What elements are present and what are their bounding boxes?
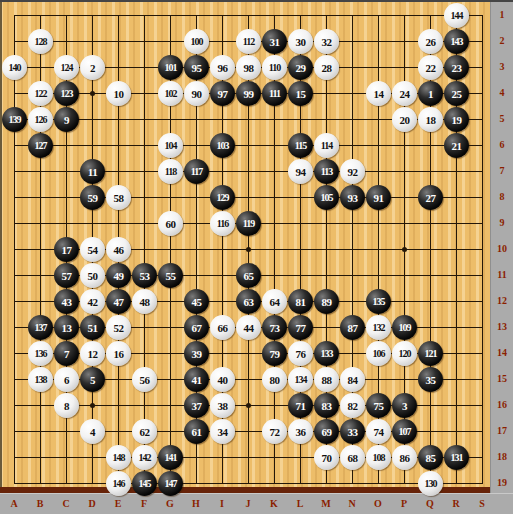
move-number: 140 [9,62,21,73]
stone-white-62[interactable]: 62 [132,419,157,444]
move-number: 49 [114,270,124,282]
stone-black-31[interactable]: 31 [262,29,287,54]
stone-white-60[interactable]: 60 [158,211,183,236]
stone-white-56[interactable]: 56 [132,367,157,392]
stone-white-50[interactable]: 50 [80,263,105,288]
column-label-O: O [368,498,388,509]
move-number: 126 [35,114,47,125]
stone-white-106[interactable]: 106 [366,341,391,366]
stone-white-130[interactable]: 130 [418,471,443,496]
column-label-S: S [472,498,492,509]
column-label-N: N [342,498,362,509]
stone-black-127[interactable]: 127 [28,133,53,158]
stone-black-83[interactable]: 83 [314,393,339,418]
stone-black-19[interactable]: 19 [444,107,469,132]
move-number: 84 [348,374,358,386]
stone-white-52[interactable]: 52 [106,315,131,340]
move-number: 88 [322,374,332,386]
column-label-K: K [264,498,284,509]
stone-white-122[interactable]: 122 [28,81,53,106]
stone-white-38[interactable]: 38 [210,393,235,418]
move-number: 101 [165,62,177,73]
move-number: 50 [88,270,98,282]
stone-white-100[interactable]: 100 [184,29,209,54]
move-number: 109 [399,322,411,333]
stone-black-29[interactable]: 29 [288,55,313,80]
board-bottom-border [0,487,490,493]
move-number: 139 [9,114,21,125]
move-number: 10 [114,88,124,100]
stone-black-103[interactable]: 103 [210,133,235,158]
stone-black-47[interactable]: 47 [106,289,131,314]
move-number: 34 [218,426,228,438]
move-number: 144 [451,10,463,21]
move-number: 23 [452,62,462,74]
stone-white-112[interactable]: 112 [236,29,261,54]
move-number: 62 [140,426,150,438]
move-number: 86 [400,452,410,464]
stone-black-105[interactable]: 105 [314,185,339,210]
stone-white-128[interactable]: 128 [28,29,53,54]
stone-black-143[interactable]: 143 [444,29,469,54]
stone-black-107[interactable]: 107 [392,419,417,444]
stone-white-88[interactable]: 88 [314,367,339,392]
move-number: 90 [192,88,202,100]
move-number: 28 [322,62,332,74]
move-number: 143 [451,36,463,47]
move-number: 95 [192,62,202,74]
move-number: 114 [321,140,332,151]
stone-white-4[interactable]: 4 [80,419,105,444]
stone-black-101[interactable]: 101 [158,55,183,80]
stone-black-57[interactable]: 57 [54,263,79,288]
move-number: 19 [452,114,462,126]
column-label-R: R [446,498,466,509]
stone-white-46[interactable]: 46 [106,237,131,262]
move-number: 13 [62,322,72,334]
move-number: 68 [348,452,358,464]
stone-black-133[interactable]: 133 [314,341,339,366]
stone-white-136[interactable]: 136 [28,341,53,366]
row-label-4: 4 [492,87,512,98]
stone-black-17[interactable]: 17 [54,237,79,262]
move-number: 105 [321,192,333,203]
move-number: 73 [270,322,280,334]
move-number: 127 [35,140,47,151]
stone-black-141[interactable]: 141 [158,445,183,470]
move-number: 147 [165,478,177,489]
stone-white-102[interactable]: 102 [158,81,183,106]
move-number: 141 [165,452,177,463]
move-number: 94 [296,166,306,178]
stone-black-59[interactable]: 59 [80,185,105,210]
move-number: 124 [61,62,73,73]
go-diagram: 1234567891011121314151617181920212223242… [0,0,513,514]
grid-line-vertical [482,15,483,484]
row-label-19: 19 [492,477,512,488]
move-number: 59 [88,192,98,204]
stone-black-95[interactable]: 95 [184,55,209,80]
stone-white-72[interactable]: 72 [262,419,287,444]
move-number: 20 [400,114,410,126]
column-label-H: H [186,498,206,509]
move-number: 146 [113,478,125,489]
stone-white-108[interactable]: 108 [366,445,391,470]
stone-black-49[interactable]: 49 [106,263,131,288]
move-number: 133 [321,348,333,359]
star-point [402,247,407,252]
stone-black-87[interactable]: 87 [340,315,365,340]
stone-black-55[interactable]: 55 [158,263,183,288]
stone-white-98[interactable]: 98 [236,55,261,80]
stone-black-25[interactable]: 25 [444,81,469,106]
move-number: 8 [64,400,69,412]
move-number: 24 [400,88,410,100]
stone-white-28[interactable]: 28 [314,55,339,80]
move-number: 102 [165,88,177,99]
stone-white-118[interactable]: 118 [158,159,183,184]
stone-black-43[interactable]: 43 [54,289,79,314]
move-number: 32 [322,36,332,48]
move-number: 104 [165,140,177,151]
stone-white-132[interactable]: 132 [366,315,391,340]
stone-white-16[interactable]: 16 [106,341,131,366]
move-number: 6 [64,374,69,386]
stone-white-12[interactable]: 12 [80,341,105,366]
stone-black-147[interactable]: 147 [158,471,183,496]
move-number: 100 [191,36,203,47]
stone-black-11[interactable]: 11 [80,159,105,184]
move-number: 47 [114,296,124,308]
move-number: 75 [374,400,384,412]
move-number: 92 [348,166,358,178]
move-number: 130 [425,478,437,489]
move-number: 46 [114,244,124,256]
stone-black-85[interactable]: 85 [418,445,443,470]
stone-white-76[interactable]: 76 [288,341,313,366]
move-number: 43 [62,296,72,308]
move-number: 64 [270,296,280,308]
column-label-I: I [212,498,232,509]
stone-white-8[interactable]: 8 [54,393,79,418]
move-number: 22 [426,62,436,74]
row-label-10: 10 [492,243,512,254]
stone-black-93[interactable]: 93 [340,185,365,210]
board-top-border [0,0,513,2]
stone-white-114[interactable]: 114 [314,133,339,158]
stone-white-64[interactable]: 64 [262,289,287,314]
move-number: 39 [192,348,202,360]
stone-white-126[interactable]: 126 [28,107,53,132]
stone-black-65[interactable]: 65 [236,263,261,288]
move-number: 135 [373,296,385,307]
stone-white-144[interactable]: 144 [444,3,469,28]
stone-black-79[interactable]: 79 [262,341,287,366]
stone-white-140[interactable]: 140 [2,55,27,80]
stone-white-54[interactable]: 54 [80,237,105,262]
stone-black-39[interactable]: 39 [184,341,209,366]
move-number: 83 [322,400,332,412]
move-number: 63 [244,296,254,308]
stone-black-51[interactable]: 51 [80,315,105,340]
move-number: 111 [269,88,280,99]
stone-white-86[interactable]: 86 [392,445,417,470]
move-number: 15 [296,88,306,100]
stone-black-67[interactable]: 67 [184,315,209,340]
stone-white-20[interactable]: 20 [392,107,417,132]
move-number: 120 [399,348,411,359]
stone-white-142[interactable]: 142 [132,445,157,470]
stone-black-113[interactable]: 113 [314,159,339,184]
move-number: 33 [348,426,358,438]
stone-white-70[interactable]: 70 [314,445,339,470]
stone-black-41[interactable]: 41 [184,367,209,392]
move-number: 107 [399,426,411,437]
stone-black-1[interactable]: 1 [418,81,443,106]
stone-white-96[interactable]: 96 [210,55,235,80]
stone-white-104[interactable]: 104 [158,133,183,158]
stone-black-121[interactable]: 121 [418,341,443,366]
row-label-9: 9 [492,217,512,228]
move-number: 132 [373,322,385,333]
move-number: 48 [140,296,150,308]
move-number: 117 [191,166,202,177]
move-number: 35 [426,374,436,386]
move-number: 69 [322,426,332,438]
stone-white-120[interactable]: 120 [392,341,417,366]
row-label-17: 17 [492,425,512,436]
move-number: 67 [192,322,202,334]
move-number: 65 [244,270,254,282]
stone-black-145[interactable]: 145 [132,471,157,496]
move-number: 7 [64,348,69,360]
stone-black-115[interactable]: 115 [288,133,313,158]
move-number: 40 [218,374,228,386]
move-number: 57 [62,270,72,282]
column-label-A: A [4,498,24,509]
move-number: 25 [452,88,462,100]
stone-white-66[interactable]: 66 [210,315,235,340]
move-number: 56 [140,374,150,386]
stone-black-69[interactable]: 69 [314,419,339,444]
stone-white-116[interactable]: 116 [210,211,235,236]
stone-white-40[interactable]: 40 [210,367,235,392]
stone-white-48[interactable]: 48 [132,289,157,314]
stone-black-75[interactable]: 75 [366,393,391,418]
stone-black-73[interactable]: 73 [262,315,287,340]
stone-white-80[interactable]: 80 [262,367,287,392]
move-number: 138 [35,374,47,385]
move-number: 81 [296,296,306,308]
stone-white-148[interactable]: 148 [106,445,131,470]
stone-black-109[interactable]: 109 [392,315,417,340]
move-number: 79 [270,348,280,360]
stone-black-77[interactable]: 77 [288,315,313,340]
move-number: 3 [402,400,407,412]
row-label-3: 3 [492,61,512,72]
row-label-12: 12 [492,295,512,306]
stone-white-92[interactable]: 92 [340,159,365,184]
grid-line-horizontal [14,483,483,484]
row-label-16: 16 [492,399,512,410]
move-number: 87 [348,322,358,334]
move-number: 121 [425,348,437,359]
move-number: 108 [373,452,385,463]
row-label-8: 8 [492,191,512,202]
stone-white-84[interactable]: 84 [340,367,365,392]
move-number: 71 [296,400,306,412]
stone-black-45[interactable]: 45 [184,289,209,314]
move-number: 44 [244,322,254,334]
stone-black-3[interactable]: 3 [392,393,417,418]
stone-black-123[interactable]: 123 [54,81,79,106]
stone-black-9[interactable]: 9 [54,107,79,132]
stone-white-24[interactable]: 24 [392,81,417,106]
move-number: 70 [322,452,332,464]
move-number: 54 [88,244,98,256]
stone-black-23[interactable]: 23 [444,55,469,80]
column-label-J: J [238,498,258,509]
stone-black-13[interactable]: 13 [54,315,79,340]
stone-black-139[interactable]: 139 [2,107,27,132]
move-number: 41 [192,374,202,386]
stone-black-99[interactable]: 99 [236,81,261,106]
move-number: 42 [88,296,98,308]
move-number: 4 [90,426,95,438]
move-number: 16 [114,348,124,360]
move-number: 103 [217,140,229,151]
move-number: 52 [114,322,124,334]
move-number: 30 [296,36,306,48]
stone-black-61[interactable]: 61 [184,419,209,444]
column-label-M: M [316,498,336,509]
stone-black-63[interactable]: 63 [236,289,261,314]
move-number: 58 [114,192,124,204]
stone-white-68[interactable]: 68 [340,445,365,470]
go-board[interactable]: 1234567891011121314151617181920212223242… [0,0,490,487]
stone-black-53[interactable]: 53 [132,263,157,288]
column-label-B: B [30,498,50,509]
column-label-P: P [394,498,414,509]
stone-white-6[interactable]: 6 [54,367,79,392]
column-label-F: F [134,498,154,509]
stone-black-131[interactable]: 131 [444,445,469,470]
move-number: 72 [270,426,280,438]
stone-black-27[interactable]: 27 [418,185,443,210]
stone-white-90[interactable]: 90 [184,81,209,106]
stone-black-15[interactable]: 15 [288,81,313,106]
move-number: 17 [62,244,72,256]
stone-white-134[interactable]: 134 [288,367,313,392]
stone-black-117[interactable]: 117 [184,159,209,184]
stone-white-10[interactable]: 10 [106,81,131,106]
stone-white-42[interactable]: 42 [80,289,105,314]
move-number: 11 [88,166,97,178]
star-point [90,91,95,96]
stone-white-34[interactable]: 34 [210,419,235,444]
move-number: 31 [270,36,280,48]
move-number: 96 [218,62,228,74]
stone-black-89[interactable]: 89 [314,289,339,314]
stone-black-137[interactable]: 137 [28,315,53,340]
column-label-G: G [160,498,180,509]
move-number: 89 [322,296,332,308]
move-number: 145 [139,478,151,489]
move-number: 110 [269,62,280,73]
stone-black-119[interactable]: 119 [236,211,261,236]
stone-white-94[interactable]: 94 [288,159,313,184]
move-number: 74 [374,426,384,438]
move-number: 38 [218,400,228,412]
column-label-D: D [82,498,102,509]
move-number: 5 [90,374,95,386]
stone-black-111[interactable]: 111 [262,81,287,106]
stone-white-18[interactable]: 18 [418,107,443,132]
move-number: 93 [348,192,358,204]
row-label-5: 5 [492,113,512,124]
stone-white-30[interactable]: 30 [288,29,313,54]
move-number: 51 [88,322,98,334]
move-number: 142 [139,452,151,463]
move-number: 134 [295,374,307,385]
stone-black-5[interactable]: 5 [80,367,105,392]
stone-white-146[interactable]: 146 [106,471,131,496]
stone-black-33[interactable]: 33 [340,419,365,444]
stone-white-32[interactable]: 32 [314,29,339,54]
move-number: 113 [321,166,332,177]
stone-white-74[interactable]: 74 [366,419,391,444]
move-number: 14 [374,88,384,100]
stone-white-36[interactable]: 36 [288,419,313,444]
stone-black-7[interactable]: 7 [54,341,79,366]
stone-black-129[interactable]: 129 [210,185,235,210]
stone-white-58[interactable]: 58 [106,185,131,210]
move-number: 45 [192,296,202,308]
move-number: 2 [90,62,95,74]
move-number: 76 [296,348,306,360]
move-number: 60 [166,218,176,230]
stone-black-81[interactable]: 81 [288,289,313,314]
stone-white-138[interactable]: 138 [28,367,53,392]
move-number: 122 [35,88,47,99]
stone-white-110[interactable]: 110 [262,55,287,80]
column-label-L: L [290,498,310,509]
move-number: 98 [244,62,254,74]
column-label-C: C [56,498,76,509]
move-number: 1 [428,88,433,100]
stone-black-91[interactable]: 91 [366,185,391,210]
stone-black-71[interactable]: 71 [288,393,313,418]
stone-white-124[interactable]: 124 [54,55,79,80]
stone-black-135[interactable]: 135 [366,289,391,314]
stone-white-26[interactable]: 26 [418,29,443,54]
stone-white-82[interactable]: 82 [340,393,365,418]
stone-white-44[interactable]: 44 [236,315,261,340]
row-label-11: 11 [492,269,512,280]
star-point [90,403,95,408]
stone-white-22[interactable]: 22 [418,55,443,80]
move-number: 66 [218,322,228,334]
stone-black-35[interactable]: 35 [418,367,443,392]
move-number: 148 [113,452,125,463]
stone-black-97[interactable]: 97 [210,81,235,106]
stone-black-37[interactable]: 37 [184,393,209,418]
move-number: 106 [373,348,385,359]
row-label-6: 6 [492,139,512,150]
stone-black-21[interactable]: 21 [444,133,469,158]
stone-white-14[interactable]: 14 [366,81,391,106]
stone-white-2[interactable]: 2 [80,55,105,80]
